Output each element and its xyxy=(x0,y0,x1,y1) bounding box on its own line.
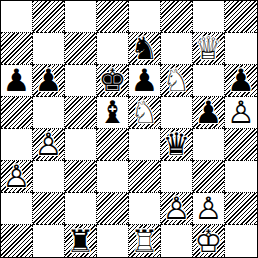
white-queen-glyph: ♕ xyxy=(195,33,223,64)
black-pawn-halo: ♟ xyxy=(3,65,31,96)
square-g1[interactable]: ♚♔ xyxy=(193,225,225,257)
square-e7[interactable]: ♞♞ xyxy=(129,33,161,65)
square-d7[interactable] xyxy=(97,33,129,65)
white-pawn-glyph: ♙ xyxy=(3,161,31,192)
square-b3[interactable] xyxy=(33,161,65,193)
white-knight-halo: ♞ xyxy=(131,97,159,128)
black-pawn-glyph: ♟ xyxy=(227,65,255,96)
white-pawn-glyph: ♙ xyxy=(195,193,223,224)
black-rook-glyph: ♜ xyxy=(67,226,95,257)
white-king-glyph: ♔ xyxy=(195,226,223,257)
white-rook-halo: ♜ xyxy=(131,226,159,257)
black-pawn-halo: ♟ xyxy=(227,65,255,96)
black-pawn-glyph: ♟ xyxy=(131,65,159,96)
white-rook-glyph: ♖ xyxy=(131,226,159,257)
white-knight: ♞♘ xyxy=(129,97,160,128)
black-pawn-halo: ♟ xyxy=(131,65,159,96)
black-pawn: ♟♟ xyxy=(193,97,224,128)
white-knight-glyph: ♘ xyxy=(163,65,191,96)
square-c4[interactable] xyxy=(65,129,97,161)
black-king-glyph: ♚ xyxy=(99,65,127,96)
square-c2[interactable] xyxy=(65,193,97,225)
square-c7[interactable] xyxy=(65,33,97,65)
square-d6[interactable]: ♚♚ xyxy=(97,65,129,97)
white-pawn-glyph: ♙ xyxy=(163,193,191,224)
black-pawn: ♟♟ xyxy=(129,65,160,96)
square-c6[interactable] xyxy=(65,65,97,97)
square-c3[interactable] xyxy=(65,161,97,193)
black-knight: ♞♞ xyxy=(129,33,160,64)
square-a5[interactable] xyxy=(1,97,33,129)
square-b5[interactable] xyxy=(33,97,65,129)
square-e2[interactable] xyxy=(129,193,161,225)
square-e8[interactable] xyxy=(129,1,161,33)
black-rook-halo: ♜ xyxy=(67,226,95,257)
black-pawn-halo: ♟ xyxy=(35,65,63,96)
square-f4[interactable]: ♛♛ xyxy=(161,129,193,161)
black-bishop-glyph: ♝ xyxy=(99,97,127,128)
square-d5[interactable]: ♝♝ xyxy=(97,97,129,129)
square-c8[interactable] xyxy=(65,1,97,33)
white-pawn: ♟♙ xyxy=(225,97,257,128)
square-g8[interactable] xyxy=(193,1,225,33)
white-pawn-halo: ♟ xyxy=(195,193,223,224)
square-a4[interactable] xyxy=(1,129,33,161)
black-pawn: ♟♟ xyxy=(33,65,64,96)
white-pawn-halo: ♟ xyxy=(3,161,31,192)
square-b1[interactable] xyxy=(33,225,65,257)
white-knight: ♞♘ xyxy=(161,65,192,96)
black-bishop: ♝♝ xyxy=(97,97,128,128)
white-knight-halo: ♞ xyxy=(163,65,191,96)
square-b7[interactable] xyxy=(33,33,65,65)
square-e4[interactable] xyxy=(129,129,161,161)
square-g2[interactable]: ♟♙ xyxy=(193,193,225,225)
square-d1[interactable] xyxy=(97,225,129,257)
white-king-halo: ♚ xyxy=(195,226,223,257)
white-pawn: ♟♙ xyxy=(193,193,224,224)
black-bishop-halo: ♝ xyxy=(99,97,127,128)
black-rook: ♜♜ xyxy=(65,225,96,257)
square-d4[interactable] xyxy=(97,129,129,161)
square-h1[interactable] xyxy=(225,225,257,257)
square-d8[interactable] xyxy=(97,1,129,33)
square-a7[interactable] xyxy=(1,33,33,65)
square-e5[interactable]: ♞♘ xyxy=(129,97,161,129)
square-a3[interactable]: ♟♙ xyxy=(1,161,33,193)
white-pawn-halo: ♟ xyxy=(227,97,255,128)
black-pawn-glyph: ♟ xyxy=(195,97,223,128)
square-e3[interactable] xyxy=(129,161,161,193)
chess-board: ♞♞♛♕♟♟♟♟♚♚♟♟♞♘♟♟♝♝♞♘♟♟♟♙♟♙♛♛♟♙♟♙♟♙♜♜♜♖♚♔ xyxy=(0,0,258,258)
square-h2[interactable] xyxy=(225,193,257,225)
square-f6[interactable]: ♞♘ xyxy=(161,65,193,97)
square-h6[interactable]: ♟♟ xyxy=(225,65,257,97)
black-queen: ♛♛ xyxy=(161,129,192,160)
white-queen: ♛♕ xyxy=(193,33,224,64)
square-h8[interactable] xyxy=(225,1,257,33)
square-f1[interactable] xyxy=(161,225,193,257)
square-b4[interactable]: ♟♙ xyxy=(33,129,65,161)
square-a2[interactable] xyxy=(1,193,33,225)
black-pawn-halo: ♟ xyxy=(195,97,223,128)
black-queen-glyph: ♛ xyxy=(163,129,191,160)
black-pawn-glyph: ♟ xyxy=(3,65,31,96)
square-f7[interactable] xyxy=(161,33,193,65)
square-d3[interactable] xyxy=(97,161,129,193)
square-f5[interactable] xyxy=(161,97,193,129)
square-b2[interactable] xyxy=(33,193,65,225)
square-b6[interactable]: ♟♟ xyxy=(33,65,65,97)
black-king-halo: ♚ xyxy=(99,65,127,96)
square-f8[interactable] xyxy=(161,1,193,33)
black-pawn-glyph: ♟ xyxy=(35,65,63,96)
square-g6[interactable] xyxy=(193,65,225,97)
black-pawn: ♟♟ xyxy=(225,65,257,96)
black-knight-glyph: ♞ xyxy=(131,33,159,64)
square-h4[interactable] xyxy=(225,129,257,161)
black-queen-halo: ♛ xyxy=(163,129,191,160)
square-g7[interactable]: ♛♕ xyxy=(193,33,225,65)
square-g5[interactable]: ♟♟ xyxy=(193,97,225,129)
white-king: ♚♔ xyxy=(193,225,224,257)
square-d2[interactable] xyxy=(97,193,129,225)
square-c5[interactable] xyxy=(65,97,97,129)
square-e1[interactable]: ♜♖ xyxy=(129,225,161,257)
square-f2[interactable]: ♟♙ xyxy=(161,193,193,225)
square-h5[interactable]: ♟♙ xyxy=(225,97,257,129)
white-pawn-glyph: ♙ xyxy=(227,97,255,128)
white-rook: ♜♖ xyxy=(129,225,160,257)
black-king: ♚♚ xyxy=(97,65,128,96)
square-a6[interactable]: ♟♟ xyxy=(1,65,33,97)
white-pawn-halo: ♟ xyxy=(35,129,63,160)
square-c1[interactable]: ♜♜ xyxy=(65,225,97,257)
square-a8[interactable] xyxy=(1,1,33,33)
square-g4[interactable] xyxy=(193,129,225,161)
square-h7[interactable] xyxy=(225,33,257,65)
square-e6[interactable]: ♟♟ xyxy=(129,65,161,97)
square-h3[interactable] xyxy=(225,161,257,193)
white-pawn-halo: ♟ xyxy=(163,193,191,224)
white-queen-halo: ♛ xyxy=(195,33,223,64)
white-pawn: ♟♙ xyxy=(161,193,192,224)
white-knight-glyph: ♘ xyxy=(131,97,159,128)
black-knight-halo: ♞ xyxy=(131,33,159,64)
white-pawn-glyph: ♙ xyxy=(35,129,63,160)
white-pawn: ♟♙ xyxy=(1,161,32,192)
square-b8[interactable] xyxy=(33,1,65,33)
square-g3[interactable] xyxy=(193,161,225,193)
square-a1[interactable] xyxy=(1,225,33,257)
white-pawn: ♟♙ xyxy=(33,129,64,160)
square-f3[interactable] xyxy=(161,161,193,193)
black-pawn: ♟♟ xyxy=(1,65,32,96)
